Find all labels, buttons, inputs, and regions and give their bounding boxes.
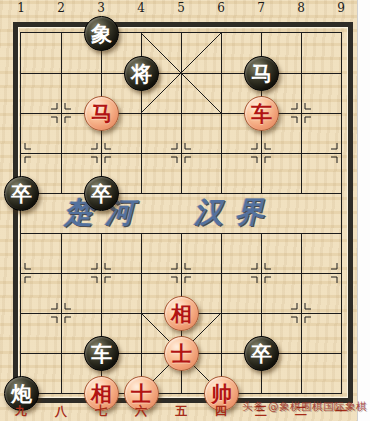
black-horse[interactable]: 马 xyxy=(244,56,279,91)
red-advisor[interactable]: 士 xyxy=(164,336,199,371)
board-cell xyxy=(301,233,341,273)
board-cell xyxy=(101,233,141,273)
file-label-bottom-6: 四 xyxy=(211,404,231,418)
board-cell xyxy=(221,273,261,313)
file-label-top-9: 9 xyxy=(331,1,351,15)
board-cell xyxy=(301,73,341,113)
file-label-bottom-3: 七 xyxy=(91,404,111,418)
board-cell xyxy=(261,153,301,193)
red-horse[interactable]: 马 xyxy=(84,96,119,131)
file-label-bottom-4: 六 xyxy=(131,404,151,418)
file-label-top-8: 8 xyxy=(291,1,311,15)
board-cell xyxy=(261,273,301,313)
board-cell xyxy=(21,33,61,73)
board-cell xyxy=(61,233,101,273)
river-text-right: 汉界 xyxy=(194,194,276,230)
watermark-text: 头条 @象棋围棋国际象棋 xyxy=(242,400,367,414)
board-cell xyxy=(141,113,181,153)
black-soldier[interactable]: 卒 xyxy=(84,176,119,211)
file-label-top-4: 4 xyxy=(131,1,151,15)
board-cell xyxy=(181,233,221,273)
board-cell xyxy=(141,233,181,273)
board-cell xyxy=(301,313,341,353)
board-cell xyxy=(101,273,141,313)
black-elephant[interactable]: 象 xyxy=(84,16,119,51)
file-label-bottom-5: 五 xyxy=(171,404,191,418)
board-cell xyxy=(141,153,181,193)
file-label-top-3: 3 xyxy=(91,1,111,15)
board-cell xyxy=(181,73,221,113)
board-cell xyxy=(301,193,341,233)
board-cell xyxy=(21,273,61,313)
red-chariot[interactable]: 车 xyxy=(244,96,279,131)
file-label-top-6: 6 xyxy=(211,1,231,15)
board-cell xyxy=(301,353,341,393)
board-cell xyxy=(141,193,181,233)
file-label-bottom-2: 八 xyxy=(51,404,71,418)
file-label-top-7: 7 xyxy=(251,1,271,15)
file-label-top-1: 1 xyxy=(11,1,31,15)
board-cell xyxy=(21,313,61,353)
red-elephant[interactable]: 相 xyxy=(164,296,199,331)
file-label-top-5: 5 xyxy=(171,1,191,15)
board-cell xyxy=(181,113,221,153)
board-cell xyxy=(221,153,261,193)
black-soldier[interactable]: 卒 xyxy=(4,176,39,211)
board-cell xyxy=(221,233,261,273)
black-general[interactable]: 将 xyxy=(124,56,159,91)
board-cell xyxy=(181,33,221,73)
file-label-bottom-1: 九 xyxy=(11,404,31,418)
board-cell xyxy=(301,33,341,73)
board-cell xyxy=(301,273,341,313)
board-cell xyxy=(301,113,341,153)
board-cell xyxy=(301,153,341,193)
board-cell xyxy=(21,233,61,273)
board-cell xyxy=(261,233,301,273)
file-label-top-2: 2 xyxy=(51,1,71,15)
board-cell xyxy=(21,113,61,153)
board-cell xyxy=(21,73,61,113)
board-cell xyxy=(61,273,101,313)
black-soldier[interactable]: 卒 xyxy=(244,336,279,371)
board-cell xyxy=(181,153,221,193)
right-margin xyxy=(357,0,370,421)
black-chariot[interactable]: 车 xyxy=(84,336,119,371)
xiangqi-board: 123456789 楚河 汉界 象将马马车卒卒相车士卒炮相士帅 九八七六五四三二… xyxy=(0,0,370,421)
